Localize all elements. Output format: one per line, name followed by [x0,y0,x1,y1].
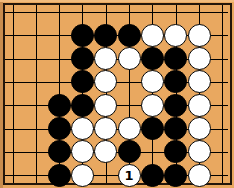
grid-line-vertical [36,5,37,183]
white-stone[interactable] [188,47,211,70]
grid-line-horizontal [5,12,228,13]
white-stone[interactable] [188,94,211,117]
black-stone[interactable] [118,140,141,163]
black-stone[interactable] [141,117,164,140]
grid-line-vertical [222,5,223,183]
black-stone[interactable] [164,164,187,187]
white-stone[interactable] [188,70,211,93]
black-stone[interactable] [48,140,71,163]
white-stone[interactable] [71,117,94,140]
black-stone[interactable] [48,164,71,187]
board-edge-shading-top [0,0,234,2]
grid-line-vertical [13,5,14,183]
white-stone[interactable] [141,24,164,47]
white-stone[interactable] [188,164,211,187]
marked-move-stone[interactable]: 1 [118,164,141,187]
black-stone[interactable] [48,117,71,140]
black-stone[interactable] [71,24,94,47]
white-stone[interactable] [188,140,211,163]
black-stone[interactable] [71,47,94,70]
white-stone[interactable] [118,117,141,140]
white-stone[interactable] [71,164,94,187]
white-stone[interactable] [94,94,117,117]
white-stone[interactable] [141,94,164,117]
go-board[interactable]: 1 [0,0,234,188]
white-stone[interactable] [164,24,187,47]
black-stone[interactable] [94,24,117,47]
white-stone[interactable] [188,117,211,140]
black-stone[interactable] [71,94,94,117]
black-stone[interactable] [118,24,141,47]
black-stone[interactable] [141,47,164,70]
black-stone[interactable] [48,94,71,117]
white-stone[interactable] [188,24,211,47]
move-number-label: 1 [125,169,134,182]
black-stone[interactable] [141,164,164,187]
black-stone[interactable] [164,94,187,117]
white-stone[interactable] [118,47,141,70]
